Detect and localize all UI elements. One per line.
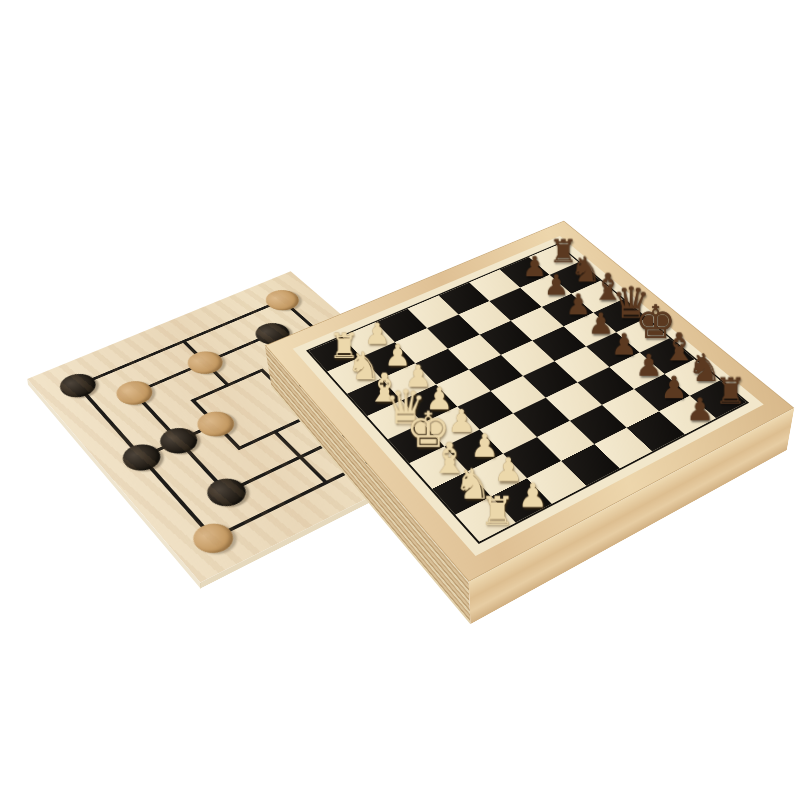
box-lid-frame: ♜♟♟♜♞♟♟♞♝♟♟♝♛♟♟♛♚♟♟♚♝♟♟♝♞♟♟♞♜♟♟♜ xyxy=(265,221,795,582)
product-photo-scene: ♜♟♟♜♞♟♟♞♝♟♟♝♛♟♟♛♚♟♟♚♝♟♟♝♞♟♟♞♜♟♟♜ xyxy=(0,0,800,800)
chess-board-margin: ♜♟♟♜♞♟♟♞♝♟♟♝♛♟♟♛♚♟♟♚♝♟♟♝♞♟♟♞♜♟♟♜ xyxy=(293,236,764,556)
chess-box: ♜♟♟♜♞♟♟♞♝♟♟♝♛♟♟♛♚♟♟♚♝♟♟♝♞♟♟♞♜♟♟♜ xyxy=(265,221,795,582)
piece-dark-pawn: ♟ xyxy=(679,395,720,426)
piece-white-rook: ♜ xyxy=(475,492,519,531)
